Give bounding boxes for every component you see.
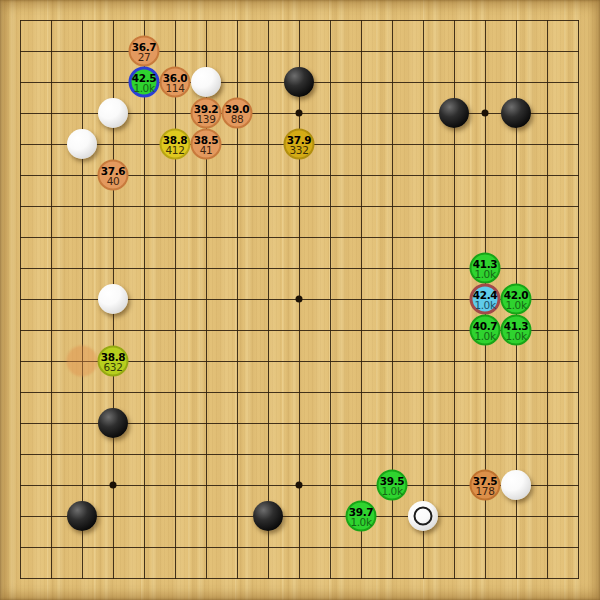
black-stone-J3: [253, 501, 283, 531]
visit-count: 139: [197, 113, 216, 123]
go-board[interactable]: 36.72742.51.0k36.011439.213939.08838.841…: [0, 0, 600, 600]
visit-count: 88: [231, 113, 244, 123]
star-point-Q16: [482, 110, 489, 117]
winrate-value: 39.5: [380, 475, 404, 485]
white-stone-D10: [98, 284, 128, 314]
black-stone-C3: [67, 501, 97, 531]
winrate-value: 41.3: [504, 320, 528, 330]
visit-count: 412: [166, 144, 185, 154]
move-suggestion-Q9[interactable]: 40.71.0k: [470, 315, 501, 346]
move-suggestion-R9[interactable]: 41.31.0k: [501, 315, 532, 346]
white-stone-C15: [67, 129, 97, 159]
visit-count: 40: [107, 175, 120, 185]
winrate-value: 38.5: [194, 134, 218, 144]
visit-count: 1.0k: [505, 330, 526, 340]
move-suggestion-M3[interactable]: 39.71.0k: [346, 501, 377, 532]
visit-count: 41: [200, 144, 213, 154]
winrate-value: 36.7: [132, 41, 156, 51]
grid-line-v: [547, 20, 548, 579]
visit-count: 1.0k: [505, 299, 526, 309]
move-suggestion-F15[interactable]: 38.8412: [160, 129, 191, 160]
winrate-value: 42.5: [132, 72, 156, 82]
move-suggestion-Q4[interactable]: 37.5178: [470, 470, 501, 501]
winrate-value: 39.2: [194, 103, 218, 113]
winrate-value: 37.9: [287, 134, 311, 144]
move-suggestion-D14[interactable]: 37.640: [98, 160, 129, 191]
visit-count: 114: [166, 82, 185, 92]
winrate-value: 39.0: [225, 103, 249, 113]
black-stone-K17: [284, 67, 314, 97]
white-stone-D16: [98, 98, 128, 128]
star-point-K4: [296, 482, 303, 489]
ghost-suggestion-C8[interactable]: [67, 346, 98, 377]
visit-count: 1.0k: [133, 82, 154, 92]
visit-count: 332: [290, 144, 309, 154]
move-suggestion-E18[interactable]: 36.727: [129, 36, 160, 67]
grid-line-h: [20, 516, 579, 517]
winrate-value: 42.0: [504, 289, 528, 299]
grid-line-v: [330, 20, 331, 579]
star-point-K10: [296, 296, 303, 303]
visit-count: 632: [104, 361, 123, 371]
move-suggestion-H16[interactable]: 39.088: [222, 98, 253, 129]
move-suggestion-G15[interactable]: 38.541: [191, 129, 222, 160]
move-suggestion-Q10[interactable]: 42.41.0k: [470, 284, 501, 315]
black-stone-R16: [501, 98, 531, 128]
winrate-value: 38.8: [163, 134, 187, 144]
move-suggestion-F17[interactable]: 36.0114: [160, 67, 191, 98]
visit-count: 1.0k: [474, 268, 495, 278]
black-stone-P16: [439, 98, 469, 128]
white-stone-O3: [408, 501, 438, 531]
star-point-K16: [296, 110, 303, 117]
winrate-value: 36.0: [163, 72, 187, 82]
winrate-value: 39.7: [349, 506, 373, 516]
winrate-value: 40.7: [473, 320, 497, 330]
grid-line-v: [578, 20, 579, 579]
move-suggestion-D8[interactable]: 38.8632: [98, 346, 129, 377]
star-point-D4: [110, 482, 117, 489]
visit-count: 1.0k: [474, 330, 495, 340]
grid-line-v: [423, 20, 424, 579]
move-suggestion-Q11[interactable]: 41.31.0k: [470, 253, 501, 284]
visit-count: 1.0k: [350, 516, 371, 526]
grid-line-v: [361, 20, 362, 579]
move-suggestion-R10[interactable]: 42.01.0k: [501, 284, 532, 315]
grid-line-h: [20, 578, 579, 579]
grid-line-h: [20, 454, 579, 455]
winrate-value: 41.3: [473, 258, 497, 268]
move-suggestion-G16[interactable]: 39.2139: [191, 98, 222, 129]
white-stone-G17: [191, 67, 221, 97]
grid-line-h: [20, 392, 579, 393]
winrate-value: 38.8: [101, 351, 125, 361]
winrate-value: 37.5: [473, 475, 497, 485]
move-suggestion-N4[interactable]: 39.51.0k: [377, 470, 408, 501]
winrate-value: 42.4: [473, 289, 497, 299]
visit-count: 1.0k: [474, 299, 495, 309]
grid-line-h: [20, 547, 579, 548]
visit-count: 1.0k: [381, 485, 402, 495]
white-stone-R4: [501, 470, 531, 500]
black-stone-D6: [98, 408, 128, 438]
visit-count: 27: [138, 51, 151, 61]
winrate-value: 37.6: [101, 165, 125, 175]
visit-count: 178: [476, 485, 495, 495]
move-suggestion-K15[interactable]: 37.9332: [284, 129, 315, 160]
move-suggestion-E17[interactable]: 42.51.0k: [129, 67, 160, 98]
last-move-marker: [414, 507, 433, 526]
